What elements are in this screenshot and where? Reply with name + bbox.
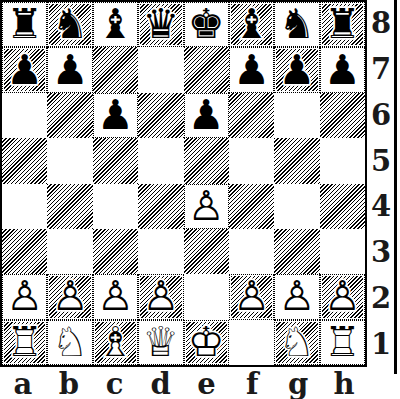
file-labels: abcdefgh xyxy=(0,367,367,399)
square-f5[interactable] xyxy=(229,138,274,183)
black-rook-glyph: ♜ xyxy=(324,4,361,45)
square-d1[interactable]: ♛♕ xyxy=(138,320,183,365)
rank-label-4: 4 xyxy=(368,184,394,230)
white-rook-glyph: ♖ xyxy=(324,322,361,363)
rank-label-6: 6 xyxy=(368,92,394,138)
black-pawn-icon: ♟♟ xyxy=(2,47,47,92)
square-c2[interactable]: ♟♙ xyxy=(93,274,138,319)
black-queen-icon: ♛♛ xyxy=(138,2,183,47)
square-f8[interactable]: ♝♝ xyxy=(229,2,274,47)
white-pawn-glyph: ♙ xyxy=(279,276,316,317)
square-d2[interactable]: ♟♙ xyxy=(138,274,183,319)
square-b5[interactable] xyxy=(47,138,92,183)
square-e7[interactable] xyxy=(184,47,229,92)
white-pawn-icon: ♟♙ xyxy=(138,274,183,319)
square-h5[interactable] xyxy=(320,138,365,183)
square-f4[interactable] xyxy=(229,184,274,229)
file-label-d: d xyxy=(138,367,184,399)
black-rook-icon: ♜♜ xyxy=(2,2,47,47)
white-pawn-icon: ♟♙ xyxy=(2,274,47,319)
black-pawn-glyph: ♟ xyxy=(52,50,89,91)
black-knight-icon: ♞♞ xyxy=(47,2,92,47)
square-c6[interactable]: ♟♟ xyxy=(93,93,138,138)
white-king-glyph: ♔ xyxy=(188,322,225,363)
square-g6[interactable] xyxy=(274,93,319,138)
square-b2[interactable]: ♟♙ xyxy=(47,274,92,319)
square-f2[interactable]: ♟♙ xyxy=(229,274,274,319)
square-e2[interactable] xyxy=(184,274,229,319)
square-a8[interactable]: ♜♜ xyxy=(2,2,47,47)
rank-label-5: 5 xyxy=(368,138,394,184)
white-king-icon: ♚♔ xyxy=(184,320,229,365)
rank-label-1: 1 xyxy=(368,321,394,367)
square-b4[interactable] xyxy=(47,184,92,229)
file-label-b: b xyxy=(46,367,92,399)
white-rook-icon: ♜♖ xyxy=(320,320,365,365)
square-g7[interactable]: ♟♟ xyxy=(274,47,319,92)
white-rook-glyph: ♖ xyxy=(6,322,43,363)
square-c7[interactable] xyxy=(93,47,138,92)
square-c4[interactable] xyxy=(93,184,138,229)
square-b3[interactable] xyxy=(47,229,92,274)
white-pawn-icon: ♟♙ xyxy=(274,274,319,319)
square-g1[interactable]: ♞♘ xyxy=(274,320,319,365)
square-f3[interactable] xyxy=(229,229,274,274)
white-knight-icon: ♞♘ xyxy=(274,320,319,365)
white-rook-icon: ♜♖ xyxy=(2,320,47,365)
black-pawn-glyph: ♟ xyxy=(324,50,361,91)
square-d7[interactable] xyxy=(138,47,183,92)
square-d4[interactable] xyxy=(138,184,183,229)
white-pawn-icon: ♟♙ xyxy=(93,274,138,319)
black-rook-icon: ♜♜ xyxy=(320,2,365,47)
square-a3[interactable] xyxy=(2,229,47,274)
square-h2[interactable]: ♟♙ xyxy=(320,274,365,319)
white-pawn-glyph: ♙ xyxy=(324,276,361,317)
black-pawn-icon: ♟♟ xyxy=(184,93,229,138)
black-knight-glyph: ♞ xyxy=(279,4,316,45)
square-g3[interactable] xyxy=(274,229,319,274)
black-pawn-glyph: ♟ xyxy=(279,50,316,91)
square-a6[interactable] xyxy=(2,93,47,138)
white-pawn-icon: ♟♙ xyxy=(184,184,229,229)
square-e8[interactable]: ♚♚ xyxy=(184,2,229,47)
square-g8[interactable]: ♞♞ xyxy=(274,2,319,47)
rank-label-3: 3 xyxy=(368,229,394,275)
black-king-glyph: ♚ xyxy=(188,4,225,45)
square-b6[interactable] xyxy=(47,93,92,138)
black-knight-icon: ♞♞ xyxy=(274,2,319,47)
white-pawn-glyph: ♙ xyxy=(188,186,225,227)
black-bishop-glyph: ♝ xyxy=(97,4,134,45)
square-a7[interactable]: ♟♟ xyxy=(2,47,47,92)
white-pawn-icon: ♟♙ xyxy=(47,274,92,319)
square-e3[interactable] xyxy=(184,229,229,274)
square-e5[interactable] xyxy=(184,138,229,183)
square-f1[interactable] xyxy=(229,320,274,365)
file-label-h: h xyxy=(321,367,367,399)
square-a2[interactable]: ♟♙ xyxy=(2,274,47,319)
black-bishop-glyph: ♝ xyxy=(233,4,270,45)
white-knight-icon: ♞♘ xyxy=(47,320,92,365)
square-b8[interactable]: ♞♞ xyxy=(47,2,92,47)
square-h1[interactable]: ♜♖ xyxy=(320,320,365,365)
white-pawn-glyph: ♙ xyxy=(233,276,270,317)
white-pawn-icon: ♟♙ xyxy=(229,274,274,319)
black-pawn-icon: ♟♟ xyxy=(47,47,92,92)
square-g2[interactable]: ♟♙ xyxy=(274,274,319,319)
square-e1[interactable]: ♚♔ xyxy=(184,320,229,365)
white-pawn-glyph: ♙ xyxy=(97,276,134,317)
square-f6[interactable] xyxy=(229,93,274,138)
square-a1[interactable]: ♜♖ xyxy=(2,320,47,365)
square-h8[interactable]: ♜♜ xyxy=(320,2,365,47)
square-e6[interactable]: ♟♟ xyxy=(184,93,229,138)
square-a5[interactable] xyxy=(2,138,47,183)
square-h7[interactable]: ♟♟ xyxy=(320,47,365,92)
white-pawn-glyph: ♙ xyxy=(52,276,89,317)
chess-diagram: ♜♜♞♞♝♝♛♛♚♚♝♝♞♞♜♜♟♟♟♟♟♟♟♟♟♟♟♟♟♟♟♙♟♙♟♙♟♙♟♙… xyxy=(0,0,400,399)
chessboard: ♜♜♞♞♝♝♛♛♚♚♝♝♞♞♜♜♟♟♟♟♟♟♟♟♟♟♟♟♟♟♟♙♟♙♟♙♟♙♟♙… xyxy=(0,0,367,367)
square-a4[interactable] xyxy=(2,184,47,229)
black-pawn-glyph: ♟ xyxy=(97,95,134,136)
square-c1[interactable]: ♝♗ xyxy=(93,320,138,365)
square-h6[interactable] xyxy=(320,93,365,138)
black-queen-glyph: ♛ xyxy=(142,4,179,45)
white-bishop-glyph: ♗ xyxy=(97,322,134,363)
rank-labels: 87654321 xyxy=(368,0,394,367)
white-knight-glyph: ♘ xyxy=(52,322,89,363)
file-label-f: f xyxy=(229,367,275,399)
square-d8[interactable]: ♛♛ xyxy=(138,2,183,47)
square-c8[interactable]: ♝♝ xyxy=(93,2,138,47)
black-bishop-icon: ♝♝ xyxy=(93,2,138,47)
square-d3[interactable] xyxy=(138,229,183,274)
black-knight-glyph: ♞ xyxy=(52,4,89,45)
square-b7[interactable]: ♟♟ xyxy=(47,47,92,92)
square-d5[interactable] xyxy=(138,138,183,183)
white-pawn-glyph: ♙ xyxy=(142,276,179,317)
black-pawn-icon: ♟♟ xyxy=(93,93,138,138)
square-c3[interactable] xyxy=(93,229,138,274)
black-pawn-glyph: ♟ xyxy=(188,95,225,136)
square-g4[interactable] xyxy=(274,184,319,229)
square-h4[interactable] xyxy=(320,184,365,229)
white-knight-glyph: ♘ xyxy=(279,322,316,363)
file-label-c: c xyxy=(92,367,138,399)
white-pawn-glyph: ♙ xyxy=(6,276,43,317)
square-d6[interactable] xyxy=(138,93,183,138)
square-h3[interactable] xyxy=(320,229,365,274)
rank-label-8: 8 xyxy=(368,0,394,46)
square-e4[interactable]: ♟♙ xyxy=(184,184,229,229)
square-g5[interactable] xyxy=(274,138,319,183)
square-c5[interactable] xyxy=(93,138,138,183)
square-f7[interactable]: ♟♟ xyxy=(229,47,274,92)
file-label-g: g xyxy=(275,367,321,399)
white-queen-icon: ♛♕ xyxy=(138,320,183,365)
black-pawn-icon: ♟♟ xyxy=(274,47,319,92)
outer-frame-line xyxy=(394,0,397,374)
black-king-icon: ♚♚ xyxy=(184,2,229,47)
white-bishop-icon: ♝♗ xyxy=(93,320,138,365)
black-pawn-icon: ♟♟ xyxy=(320,47,365,92)
black-bishop-icon: ♝♝ xyxy=(229,2,274,47)
file-label-e: e xyxy=(184,367,230,399)
file-label-a: a xyxy=(0,367,46,399)
black-pawn-glyph: ♟ xyxy=(233,50,270,91)
rank-label-7: 7 xyxy=(368,46,394,92)
black-pawn-icon: ♟♟ xyxy=(229,47,274,92)
black-pawn-glyph: ♟ xyxy=(6,50,43,91)
white-queen-glyph: ♕ xyxy=(142,322,179,363)
black-rook-glyph: ♜ xyxy=(6,4,43,45)
rank-label-2: 2 xyxy=(368,275,394,321)
white-pawn-icon: ♟♙ xyxy=(320,274,365,319)
square-b1[interactable]: ♞♘ xyxy=(47,320,92,365)
